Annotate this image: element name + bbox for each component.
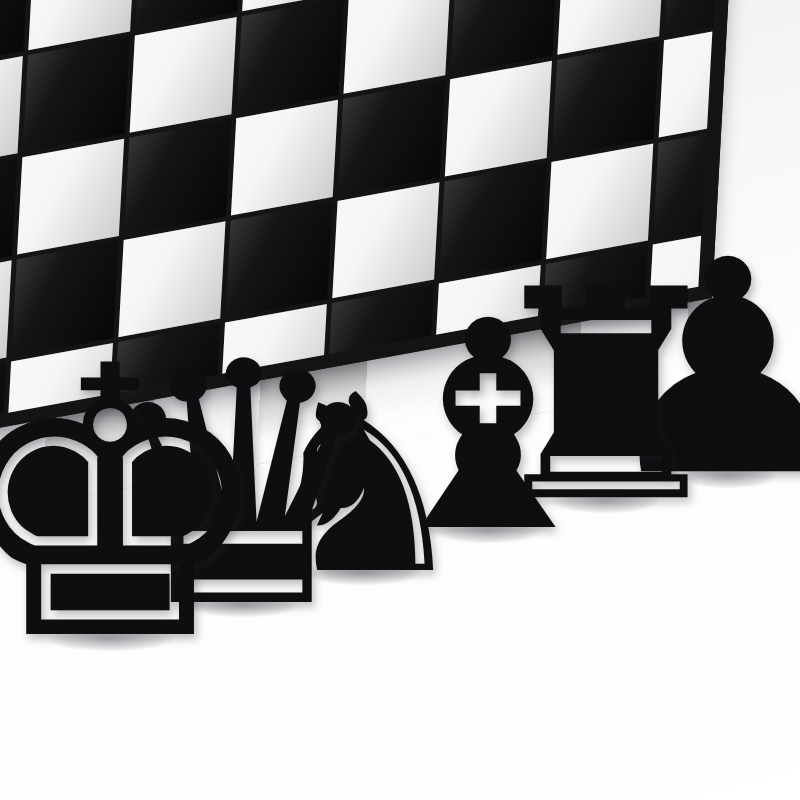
board-square-light <box>130 17 237 133</box>
chess-set-photo: ♚♛♞♝♜♟ <box>0 0 800 800</box>
board-square-dark <box>552 41 659 157</box>
board-square-light <box>231 100 338 216</box>
board-square-dark <box>0 158 17 274</box>
board-square-dark <box>338 80 445 196</box>
board-square-dark <box>237 0 344 113</box>
board-square-light <box>445 61 552 177</box>
board-square-dark <box>23 37 130 153</box>
piece-black-king: ♚ <box>0 319 277 692</box>
board-square-light <box>17 139 124 255</box>
board-square-light <box>343 0 450 94</box>
board-square-light <box>0 56 23 172</box>
board-square-dark <box>124 119 231 235</box>
